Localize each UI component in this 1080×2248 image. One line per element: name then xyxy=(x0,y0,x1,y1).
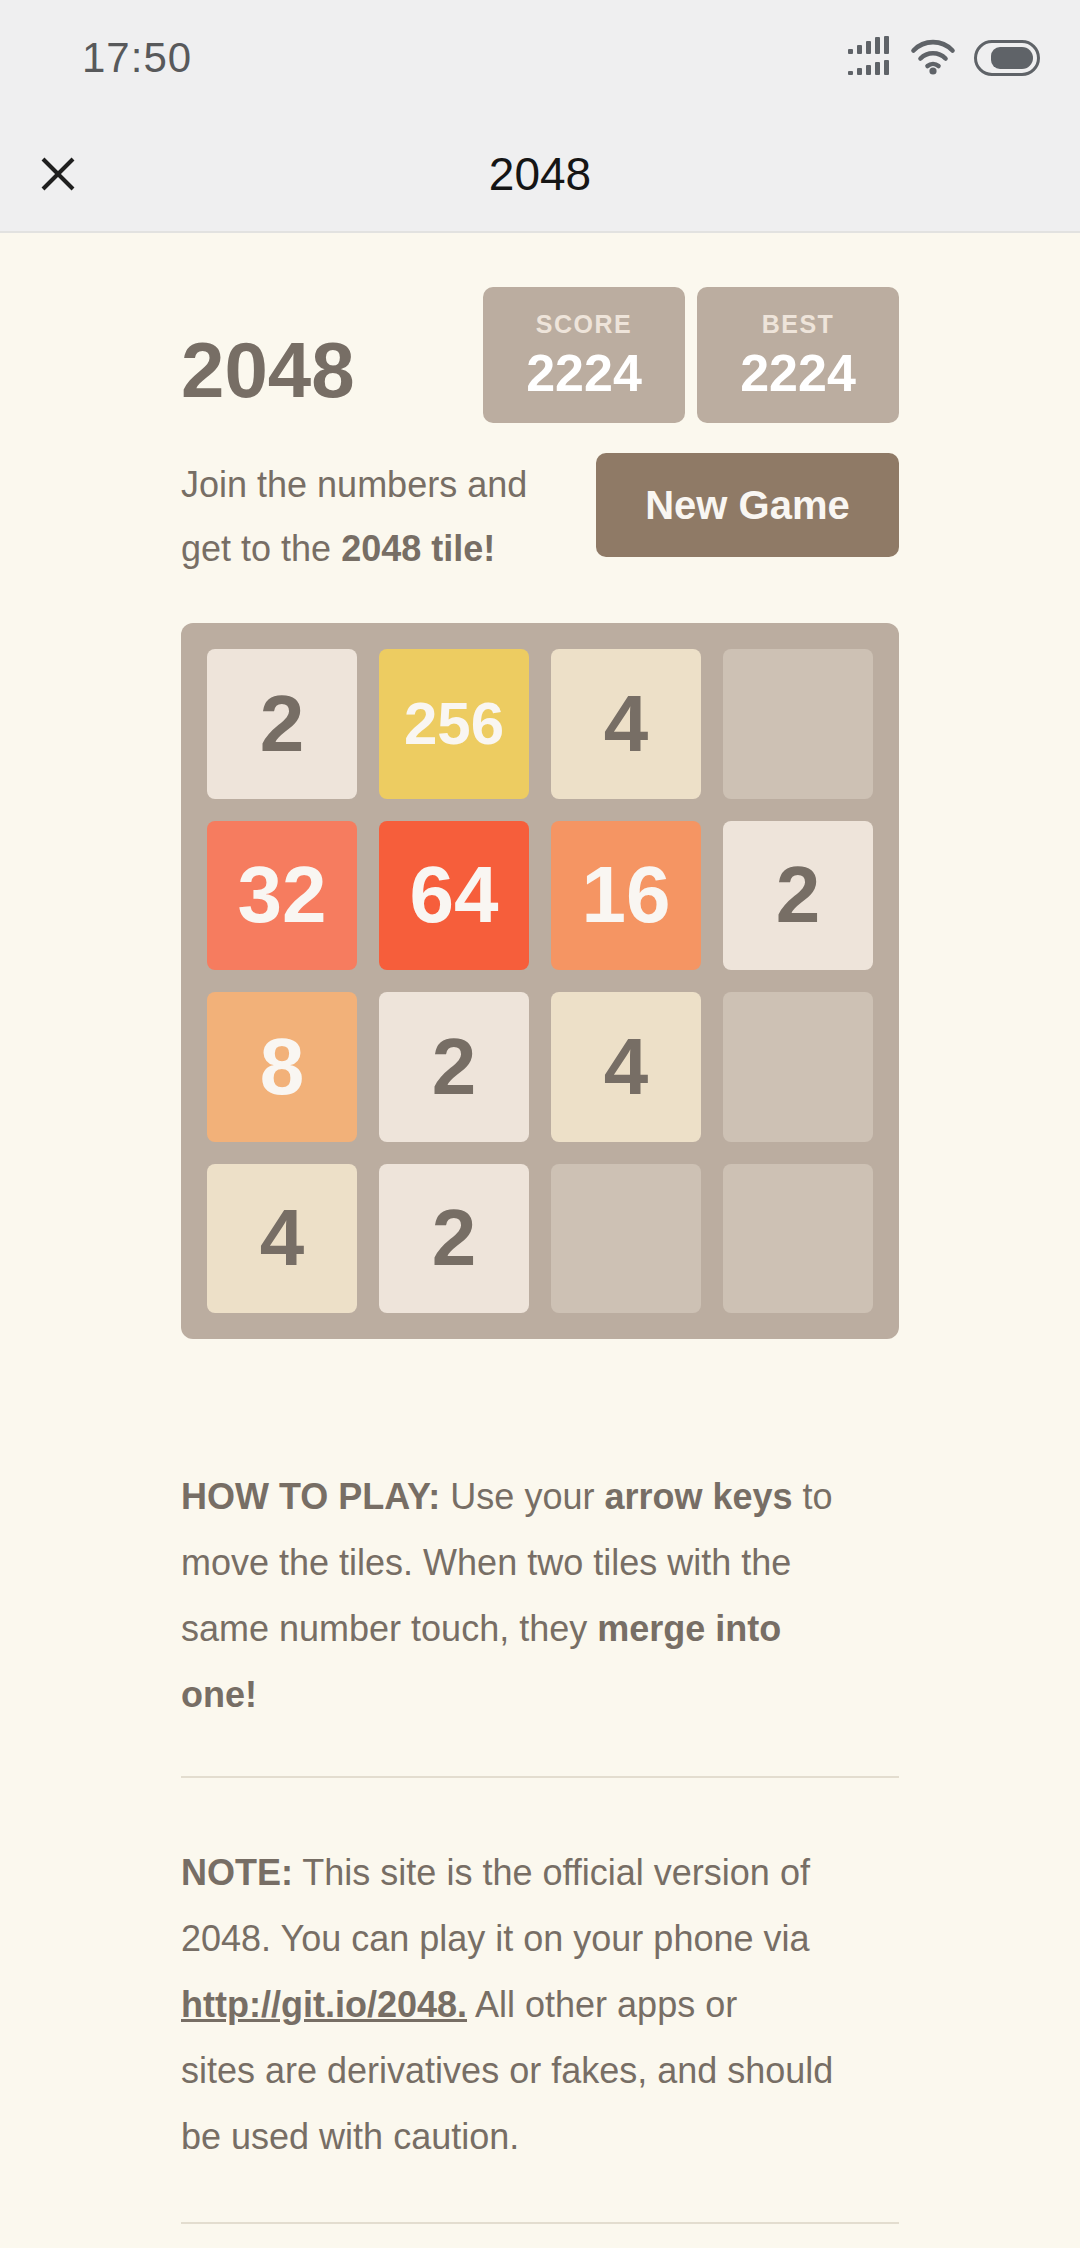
empty-cell-r3c3 xyxy=(723,1164,873,1314)
divider xyxy=(181,2222,899,2224)
new-game-button[interactable]: New Game xyxy=(596,453,899,557)
cell-signal-icon xyxy=(848,36,892,80)
tile-8-r2c0: 8 xyxy=(207,992,357,1142)
tile-16-r1c2: 16 xyxy=(551,821,701,971)
score-box: SCORE 2224 xyxy=(483,287,685,423)
phone-screen: 17:50 xyxy=(0,0,1080,2248)
tile-4-r2c2: 4 xyxy=(551,992,701,1142)
tile-2-r3c1: 2 xyxy=(379,1164,529,1314)
git-io-2048-link[interactable]: http://git.io/2048. xyxy=(181,1984,467,2025)
tile-2-r1c3: 2 xyxy=(723,821,873,971)
best-value: 2224 xyxy=(697,347,899,399)
score-panel: SCORE 2224 BEST 2224 xyxy=(483,287,899,423)
empty-cell-r0c3 xyxy=(723,649,873,799)
clock: 17:50 xyxy=(82,34,192,82)
status-bar: 17:50 xyxy=(0,0,1080,116)
game-title: 2048 xyxy=(181,331,355,409)
tile-4-r0c2: 4 xyxy=(551,649,701,799)
page-title: 2048 xyxy=(0,147,1080,201)
empty-cell-r3c2 xyxy=(551,1164,701,1314)
board-4x4[interactable]: 22564326416282442 xyxy=(181,623,899,1339)
note-text: NOTE: This site is the official version … xyxy=(181,1840,899,2170)
tile-4-r3c0: 4 xyxy=(207,1164,357,1314)
how-to-play-text: HOW TO PLAY: Use your arrow keys tomove … xyxy=(181,1464,899,1728)
wifi-icon xyxy=(910,37,956,79)
score-label: SCORE xyxy=(483,312,685,337)
divider xyxy=(181,1776,899,1778)
best-label: BEST xyxy=(697,312,899,337)
tile-2-r0c0: 2 xyxy=(207,649,357,799)
tile-256-r0c1: 256 xyxy=(379,649,529,799)
tile-2-r2c1: 2 xyxy=(379,992,529,1142)
tile-32-r1c0: 32 xyxy=(207,821,357,971)
score-value: 2224 xyxy=(483,347,685,399)
battery-icon xyxy=(974,40,1040,76)
status-icons xyxy=(848,36,1040,80)
tile-64-r1c1: 64 xyxy=(379,821,529,971)
empty-cell-r2c3 xyxy=(723,992,873,1142)
tagline: Join the numbers andget to the 2048 tile… xyxy=(181,453,527,581)
title-bar: 2048 xyxy=(0,116,1080,233)
best-box: BEST 2224 xyxy=(697,287,899,423)
